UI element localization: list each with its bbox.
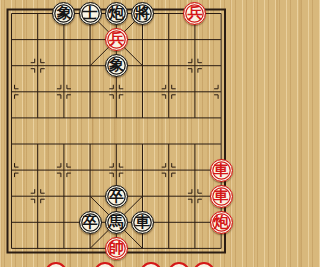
piece-black-chariot[interactable]: 車 [131,211,154,234]
piece-black-advisor[interactable]: 士 [79,2,102,25]
piece-black-cannon[interactable]: 炮 [105,2,128,25]
piece-black-soldier[interactable]: 卒 [105,185,128,208]
piece-black-elephant[interactable]: 象 [105,54,128,77]
piece-black-horse[interactable]: 馬 [105,211,128,234]
piece-black-general[interactable]: 將 [131,2,154,25]
piece-red-soldier[interactable]: 兵 [105,28,128,51]
piece-red-general[interactable]: 帥 [105,237,128,260]
piece-red-cannon[interactable]: 炮 [210,211,233,234]
pieces-layer: 象士炮將兵兵象車卒車卒馬車炮帥 [0,0,234,261]
xiangqi-board: 象士炮將兵兵象車卒車卒馬車炮帥 [0,0,235,267]
piece-red-chariot[interactable]: 車 [210,185,233,208]
piece-red-soldier[interactable]: 兵 [183,2,206,25]
piece-black-elephant[interactable]: 象 [52,2,75,25]
piece-black-soldier[interactable]: 卒 [79,211,102,234]
piece-red-chariot[interactable]: 車 [210,159,233,182]
